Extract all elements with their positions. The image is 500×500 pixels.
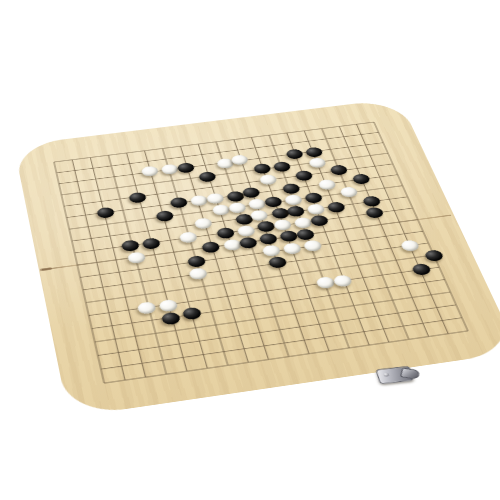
grid-line [95,292,451,342]
go-board [14,98,500,417]
grid-line [339,126,428,336]
fold-seam-notch [40,267,53,271]
grid-line [101,318,462,369]
product-photo-canvas [0,0,500,500]
grid-lines [54,122,468,383]
grid-line [54,122,374,162]
grid-line [72,160,125,380]
grid-line [322,129,409,340]
board-scene [0,0,500,500]
grid-line [357,124,449,333]
board-grid [54,122,468,383]
grid-line [54,162,104,383]
grid-line [374,122,468,331]
metal-clasp [375,364,421,386]
